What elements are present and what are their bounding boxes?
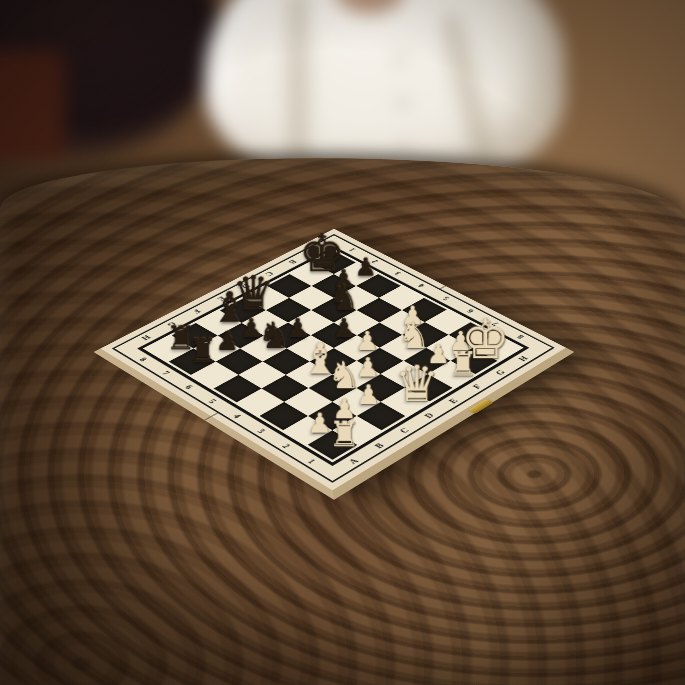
black-pawn-b7[interactable]: ♟ xyxy=(215,328,238,354)
black-rook-a7[interactable]: ♜ xyxy=(188,334,218,367)
white-pawn-e4[interactable]: ♟ xyxy=(356,328,379,354)
black-pawn-h7[interactable]: ♟ xyxy=(355,255,377,280)
white-rook-a1[interactable]: ♜ xyxy=(328,416,360,451)
white-queen-d1[interactable]: ♛ xyxy=(394,358,439,408)
shirt-button xyxy=(401,142,410,151)
shirt-button xyxy=(395,55,404,64)
white-pawn-c2[interactable]: ♟ xyxy=(356,381,380,408)
square-d1[interactable]: ♛ xyxy=(381,388,429,416)
white-knight-f3[interactable]: ♞ xyxy=(398,318,430,354)
white-rook-f1[interactable]: ♜ xyxy=(448,347,478,381)
shirt-button xyxy=(398,98,407,107)
black-knight-f6[interactable]: ♞ xyxy=(328,281,359,316)
background-shelf xyxy=(0,50,65,160)
black-knight-c6[interactable]: ♞ xyxy=(258,318,290,354)
